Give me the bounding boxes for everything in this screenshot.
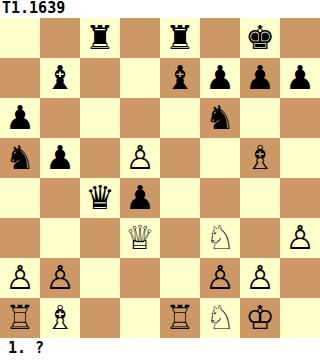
square-g7[interactable]: ♟: [240, 58, 280, 98]
square-g6[interactable]: [240, 98, 280, 138]
square-b8[interactable]: [40, 18, 80, 58]
square-b2[interactable]: ♙: [40, 258, 80, 298]
square-a4[interactable]: [0, 178, 40, 218]
square-h3[interactable]: ♙: [280, 218, 320, 258]
white-knight-piece[interactable]: ♘: [205, 218, 235, 258]
black-bishop-piece[interactable]: ♝: [165, 58, 195, 98]
square-f1[interactable]: ♘: [200, 298, 240, 338]
square-d6[interactable]: [120, 98, 160, 138]
square-a3[interactable]: [0, 218, 40, 258]
square-f8[interactable]: [200, 18, 240, 58]
square-g3[interactable]: [240, 218, 280, 258]
square-h1[interactable]: [280, 298, 320, 338]
square-e4[interactable]: [160, 178, 200, 218]
square-d5[interactable]: ♙: [120, 138, 160, 178]
square-e6[interactable]: [160, 98, 200, 138]
black-rook-piece[interactable]: ♜: [165, 18, 195, 58]
square-h6[interactable]: [280, 98, 320, 138]
square-d3[interactable]: ♕: [120, 218, 160, 258]
black-knight-piece[interactable]: ♞: [5, 138, 35, 178]
square-b7[interactable]: ♝: [40, 58, 80, 98]
square-a1[interactable]: ♖: [0, 298, 40, 338]
square-b3[interactable]: [40, 218, 80, 258]
black-queen-piece[interactable]: ♛: [85, 178, 115, 218]
square-c2[interactable]: [80, 258, 120, 298]
square-a8[interactable]: [0, 18, 40, 58]
white-queen-piece[interactable]: ♕: [125, 218, 155, 258]
square-e5[interactable]: [160, 138, 200, 178]
white-pawn-piece[interactable]: ♙: [45, 258, 75, 298]
square-c6[interactable]: [80, 98, 120, 138]
square-g2[interactable]: ♙: [240, 258, 280, 298]
square-f6[interactable]: ♞: [200, 98, 240, 138]
square-d2[interactable]: [120, 258, 160, 298]
square-c1[interactable]: [80, 298, 120, 338]
white-pawn-piece[interactable]: ♙: [205, 258, 235, 298]
square-f7[interactable]: ♟: [200, 58, 240, 98]
white-knight-piece[interactable]: ♘: [205, 298, 235, 338]
white-rook-piece[interactable]: ♖: [5, 298, 35, 338]
black-king-piece[interactable]: ♚: [245, 18, 275, 58]
square-c4[interactable]: ♛: [80, 178, 120, 218]
chess-board: ♜♜♚♝♝♟♟♟♟♞♞♟♙♗♛♟♕♘♙♙♙♙♙♖♗♖♘♔: [0, 18, 320, 338]
square-b6[interactable]: [40, 98, 80, 138]
square-e3[interactable]: [160, 218, 200, 258]
square-f4[interactable]: [200, 178, 240, 218]
white-rook-piece[interactable]: ♖: [165, 298, 195, 338]
white-pawn-piece[interactable]: ♙: [125, 138, 155, 178]
white-pawn-piece[interactable]: ♙: [285, 218, 315, 258]
square-b4[interactable]: [40, 178, 80, 218]
square-f3[interactable]: ♘: [200, 218, 240, 258]
black-pawn-piece[interactable]: ♟: [205, 58, 235, 98]
white-pawn-piece[interactable]: ♙: [5, 258, 35, 298]
square-e2[interactable]: [160, 258, 200, 298]
square-g1[interactable]: ♔: [240, 298, 280, 338]
square-c7[interactable]: [80, 58, 120, 98]
white-bishop-piece[interactable]: ♗: [45, 298, 75, 338]
chess-puzzle-app: T1.1639 ♜♜♚♝♝♟♟♟♟♞♞♟♙♗♛♟♕♘♙♙♙♙♙♖♗♖♘♔ 1. …: [0, 0, 320, 360]
black-pawn-piece[interactable]: ♟: [285, 58, 315, 98]
square-g4[interactable]: [240, 178, 280, 218]
black-pawn-piece[interactable]: ♟: [245, 58, 275, 98]
square-g8[interactable]: ♚: [240, 18, 280, 58]
square-f5[interactable]: [200, 138, 240, 178]
square-h5[interactable]: [280, 138, 320, 178]
black-pawn-piece[interactable]: ♟: [5, 98, 35, 138]
white-king-piece[interactable]: ♔: [245, 298, 275, 338]
black-knight-piece[interactable]: ♞: [205, 98, 235, 138]
square-h8[interactable]: [280, 18, 320, 58]
square-d4[interactable]: ♟: [120, 178, 160, 218]
puzzle-title: T1.1639: [0, 0, 320, 18]
square-c3[interactable]: [80, 218, 120, 258]
white-pawn-piece[interactable]: ♙: [245, 258, 275, 298]
black-pawn-piece[interactable]: ♟: [45, 138, 75, 178]
square-b1[interactable]: ♗: [40, 298, 80, 338]
move-prompt: 1. ?: [0, 338, 320, 360]
black-rook-piece[interactable]: ♜: [85, 18, 115, 58]
square-c8[interactable]: ♜: [80, 18, 120, 58]
square-a6[interactable]: ♟: [0, 98, 40, 138]
square-a5[interactable]: ♞: [0, 138, 40, 178]
square-c5[interactable]: [80, 138, 120, 178]
white-bishop-piece[interactable]: ♗: [245, 138, 275, 178]
square-d7[interactable]: [120, 58, 160, 98]
square-e8[interactable]: ♜: [160, 18, 200, 58]
square-g5[interactable]: ♗: [240, 138, 280, 178]
black-pawn-piece[interactable]: ♟: [125, 178, 155, 218]
square-a7[interactable]: [0, 58, 40, 98]
square-f2[interactable]: ♙: [200, 258, 240, 298]
black-bishop-piece[interactable]: ♝: [45, 58, 75, 98]
square-h2[interactable]: [280, 258, 320, 298]
square-d8[interactable]: [120, 18, 160, 58]
square-a2[interactable]: ♙: [0, 258, 40, 298]
square-d1[interactable]: [120, 298, 160, 338]
square-h4[interactable]: [280, 178, 320, 218]
square-e7[interactable]: ♝: [160, 58, 200, 98]
square-b5[interactable]: ♟: [40, 138, 80, 178]
square-h7[interactable]: ♟: [280, 58, 320, 98]
square-e1[interactable]: ♖: [160, 298, 200, 338]
